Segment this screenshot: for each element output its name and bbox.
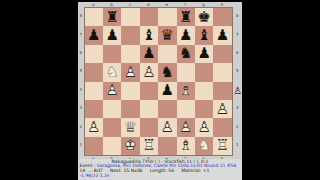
square-b1 [103, 137, 121, 155]
square-f1: ♝♗ [177, 137, 195, 155]
square-d4 [140, 82, 158, 100]
white-p-piece: ♙ [195, 118, 213, 136]
white-p-piece: ♙ [121, 63, 139, 81]
square-d1: ♜♖ [140, 137, 158, 155]
square-f7: ♟ [177, 26, 195, 44]
rank-label-5: 5 [78, 69, 84, 73]
white-p-piece: ♙ [85, 118, 103, 136]
square-f2: ♟♙ [177, 118, 195, 136]
black-n-piece: ♞ [177, 45, 195, 63]
rank-label-8: 8 [78, 14, 84, 18]
rank-label-6: 6 [233, 51, 242, 55]
rank-label-2: 2 [233, 125, 242, 129]
white-r-piece-fill: ♜ [140, 137, 158, 155]
square-b5: ♞♘ [103, 63, 121, 81]
rank-label-3: 3 [78, 106, 84, 110]
rank-label-5: 5 [233, 69, 242, 73]
black-r-piece: ♜ [177, 8, 195, 26]
white-p-piece-fill: ♟ [103, 82, 121, 100]
white-p-piece-fill: ♟ [213, 100, 231, 118]
square-c6 [121, 45, 139, 63]
square-f6: ♞ [177, 45, 195, 63]
square-f8: ♜ [177, 8, 195, 26]
square-h5 [213, 63, 231, 81]
square-h6 [213, 45, 231, 63]
white-r-piece: ♖ [140, 137, 158, 155]
square-a8 [85, 8, 103, 26]
square-c3 [121, 100, 139, 118]
square-d3 [140, 100, 158, 118]
square-e7: ♛ [158, 26, 176, 44]
square-g2: ♟♙ [195, 118, 213, 136]
square-a5 [85, 63, 103, 81]
info-panel: Nakaguadilla TY50 ( ) - Stockfish 11 ( )… [78, 159, 242, 180]
square-c7 [121, 26, 139, 44]
material-balance: Material: +1 [181, 168, 209, 173]
square-g7: ♝ [195, 26, 213, 44]
square-g3 [195, 100, 213, 118]
rank-labels-left: 87654321 [78, 7, 84, 156]
white-q-piece: ♕ [121, 118, 139, 136]
square-d8 [140, 8, 158, 26]
white-p-piece-fill: ♟ [85, 118, 103, 136]
square-d7: ♝ [140, 26, 158, 44]
next-move: Next: 15.Nxd6 [110, 168, 142, 173]
square-h3: ♟♙ [213, 100, 231, 118]
black-p-piece: ♟ [195, 45, 213, 63]
square-h1: ♜♖ [213, 137, 231, 155]
square-e2: ♟♙ [158, 118, 176, 136]
white-n-piece: ♘ [103, 63, 121, 81]
eval-line: -1.98/22 1.2s [80, 174, 241, 179]
file-label-c: c [121, 3, 139, 7]
white-n-piece-fill: ♞ [195, 137, 213, 155]
rank-label-7: 7 [233, 33, 242, 37]
white-k-piece: ♔ [121, 137, 139, 155]
white-p-piece-fill: ♟ [140, 63, 158, 81]
square-c1: ♚♔ [121, 137, 139, 155]
game-length: Length: 56 [150, 168, 174, 173]
black-n-piece: ♞ [158, 63, 176, 81]
black-p-piece: ♟ [213, 26, 231, 44]
white-p-piece: ♙ [213, 100, 231, 118]
rank-label-7: 7 [78, 33, 84, 37]
square-a3 [85, 100, 103, 118]
white-b-piece-fill: ♝ [177, 137, 195, 155]
square-h2 [213, 118, 231, 136]
square-g1: ♞♘ [195, 137, 213, 155]
file-label-g: g [194, 3, 212, 7]
white-q-piece-fill: ♛ [121, 118, 139, 136]
white-r-piece-fill: ♜ [213, 137, 231, 155]
file-label-a: a [84, 3, 102, 7]
square-g6: ♟ [195, 45, 213, 63]
square-a7: ♟ [85, 26, 103, 44]
board: ♜♜♚♟♟♝♛♟♝♟♟♞♟♞♘♟♙♟♙♞♟♙♟♝♗♟♙♟♙♛♕♟♙♟♙♟♙♚♔♜… [84, 7, 233, 156]
square-g4 [195, 82, 213, 100]
square-a2: ♟♙ [85, 118, 103, 136]
square-g8: ♚ [195, 8, 213, 26]
square-b4: ♟♙ [103, 82, 121, 100]
square-g5 [195, 63, 213, 81]
black-b-piece: ♝ [195, 26, 213, 44]
square-d2 [140, 118, 158, 136]
chess-diagram: abcdefgh 87654321 ♜♜♚♟♟♝♛♟♝♟♟♞♟♞♘♟♙♟♙♞♟♙… [78, 2, 242, 180]
black-p-piece: ♟ [140, 45, 158, 63]
square-b2 [103, 118, 121, 136]
rank-label-6: 6 [78, 51, 84, 55]
black-k-piece: ♚ [195, 8, 213, 26]
square-a6 [85, 45, 103, 63]
square-c2: ♛♕ [121, 118, 139, 136]
right-black-bar [242, 0, 320, 180]
white-p-piece: ♙ [103, 82, 121, 100]
white-n-piece-fill: ♞ [103, 63, 121, 81]
white-pawn-material-icon: ♙ [233, 85, 243, 97]
square-d6: ♟ [140, 45, 158, 63]
rank-label-2: 2 [78, 125, 84, 129]
rank-label-1: 1 [78, 143, 84, 147]
left-black-bar [0, 0, 78, 180]
black-q-piece: ♛ [158, 26, 176, 44]
square-a1 [85, 137, 103, 155]
white-p-piece-fill: ♟ [177, 118, 195, 136]
square-e1 [158, 137, 176, 155]
square-e6 [158, 45, 176, 63]
white-n-piece: ♘ [195, 137, 213, 155]
square-e8 [158, 8, 176, 26]
file-label-d: d [139, 3, 157, 7]
black-p-piece: ♟ [177, 26, 195, 44]
white-b-piece-fill: ♝ [177, 82, 195, 100]
square-h4 [213, 82, 231, 100]
black-p-piece: ♟ [103, 26, 121, 44]
file-label-f: f [176, 3, 194, 7]
white-p-piece: ♙ [158, 118, 176, 136]
square-b6 [103, 45, 121, 63]
white-p-piece: ♙ [140, 63, 158, 81]
file-label-h: h [213, 3, 231, 7]
rank-label-3: 3 [233, 106, 242, 110]
square-c4 [121, 82, 139, 100]
square-f3 [177, 100, 195, 118]
rank-label-8: 8 [233, 14, 242, 18]
white-p-piece-fill: ♟ [158, 118, 176, 136]
rank-label-1: 1 [233, 143, 242, 147]
square-f5 [177, 63, 195, 81]
file-label-e: e [158, 3, 176, 7]
square-b3 [103, 100, 121, 118]
white-b-piece: ♗ [177, 82, 195, 100]
file-label-b: b [102, 3, 120, 7]
black-r-piece: ♜ [103, 8, 121, 26]
square-h8 [213, 8, 231, 26]
black-p-piece: ♟ [85, 26, 103, 44]
white-p-piece-fill: ♟ [121, 63, 139, 81]
square-f4: ♝♗ [177, 82, 195, 100]
white-r-piece: ♖ [213, 137, 231, 155]
square-h7: ♟ [213, 26, 231, 44]
square-e3 [158, 100, 176, 118]
square-a4 [85, 82, 103, 100]
square-c8 [121, 8, 139, 26]
white-k-piece-fill: ♚ [121, 137, 139, 155]
black-p-piece: ♟ [158, 82, 176, 100]
square-b8: ♜ [103, 8, 121, 26]
rank-labels-right: ♙ 87654321 [233, 7, 242, 156]
white-p-piece-fill: ♟ [195, 118, 213, 136]
rank-label-4: 4 [78, 88, 84, 92]
white-p-piece: ♙ [177, 118, 195, 136]
square-b7: ♟ [103, 26, 121, 44]
square-e5: ♞ [158, 63, 176, 81]
square-d5: ♟♙ [140, 63, 158, 81]
square-e4: ♟ [158, 82, 176, 100]
black-b-piece: ♝ [140, 26, 158, 44]
square-c5: ♟♙ [121, 63, 139, 81]
white-b-piece: ♗ [177, 137, 195, 155]
